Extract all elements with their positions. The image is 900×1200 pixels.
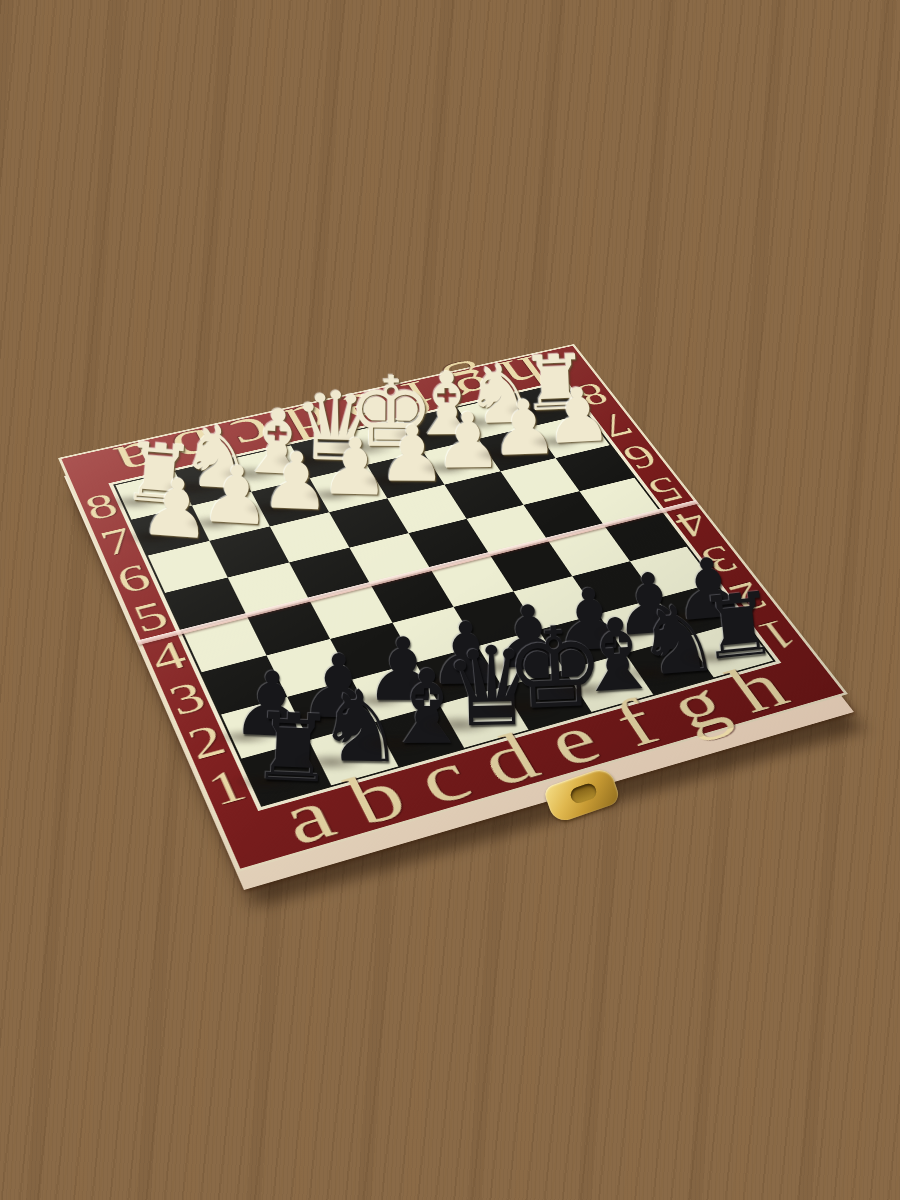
file-label-near-h: h [717,655,800,724]
file-label-far-a: a [108,434,166,487]
file-label-far-h: h [492,349,558,397]
file-label-far-e: e [334,384,394,434]
file-label-near-f: f [602,690,670,758]
file-label-near-d: d [469,723,550,798]
file-label-near-g: g [657,671,740,741]
file-label-far-f: f [393,373,445,420]
file-label-far-g: g [440,360,505,409]
file-label-far-d: d [277,396,341,448]
file-label-far-b: b [164,420,227,473]
file-label-near-c: c [406,742,481,817]
file-label-near-b: b [337,760,417,838]
file-label-near-a: a [272,779,346,857]
file-label-far-c: c [223,409,282,460]
